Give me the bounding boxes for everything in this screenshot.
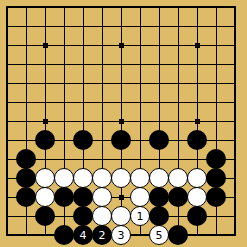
black-stone: [54, 187, 74, 207]
intersection-8-3: [150, 55, 169, 74]
intersection-4-9: [74, 169, 93, 188]
black-stone: [16, 168, 36, 188]
black-stone: [206, 168, 226, 188]
intersection-9-11: [169, 207, 188, 226]
intersection-12-7: [226, 131, 245, 150]
intersection-5-4: [93, 74, 112, 93]
intersection-1-5: [17, 93, 36, 112]
intersection-4-3: [74, 55, 93, 74]
white-stone: [35, 187, 55, 207]
intersection-6-7: [112, 131, 131, 150]
white-stone: [35, 168, 55, 188]
black-stone: [187, 206, 207, 226]
intersection-8-4: [150, 74, 169, 93]
intersection-4-12: 4: [74, 226, 93, 245]
intersection-7-9: [131, 169, 150, 188]
intersection-9-12: [169, 226, 188, 245]
intersection-7-5: [131, 93, 150, 112]
intersection-5-2: [93, 36, 112, 55]
intersection-8-0: [150, 0, 169, 17]
intersection-10-4: [188, 74, 207, 93]
intersection-8-9: [150, 169, 169, 188]
black-stone: [168, 187, 188, 207]
black-stone: [16, 149, 36, 169]
intersection-4-11: [74, 207, 93, 226]
intersection-11-10: [207, 188, 226, 207]
intersection-7-3: [131, 55, 150, 74]
intersection-9-3: [169, 55, 188, 74]
intersection-11-8: [207, 150, 226, 169]
intersection-0-9: [0, 169, 17, 188]
intersection-12-11: [226, 207, 245, 226]
intersection-11-3: [207, 55, 226, 74]
intersection-11-12: [207, 226, 226, 245]
move-number-1: 1: [137, 210, 144, 221]
intersection-9-2: [169, 36, 188, 55]
intersection-6-3: [112, 55, 131, 74]
intersection-12-4: [226, 74, 245, 93]
intersection-4-2: [74, 36, 93, 55]
intersection-1-11: [17, 207, 36, 226]
white-stone-move-5: 5: [149, 225, 169, 245]
black-stone-move-4: 4: [73, 225, 93, 245]
intersection-0-6: [0, 112, 17, 131]
intersection-12-8: [226, 150, 245, 169]
intersection-2-12: [36, 226, 55, 245]
move-number-3: 3: [118, 229, 125, 240]
intersection-5-10: [93, 188, 112, 207]
intersection-6-0: [112, 0, 131, 17]
intersection-0-7: [0, 131, 17, 150]
white-stone: [73, 168, 93, 188]
intersection-1-3: [17, 55, 36, 74]
intersection-0-12: [0, 226, 17, 245]
intersection-5-1: [93, 17, 112, 36]
intersection-11-6: [207, 112, 226, 131]
white-stone: [92, 168, 112, 188]
intersection-1-4: [17, 74, 36, 93]
intersection-3-12: [55, 226, 74, 245]
intersection-10-1: [188, 17, 207, 36]
intersection-5-5: [93, 93, 112, 112]
intersection-12-5: [226, 93, 245, 112]
intersection-9-8: [169, 150, 188, 169]
black-stone: [168, 225, 188, 245]
black-stone: [35, 130, 55, 150]
intersection-11-7: [207, 131, 226, 150]
intersection-0-5: [0, 93, 17, 112]
intersection-9-7: [169, 131, 188, 150]
intersection-0-3: [0, 55, 17, 74]
black-stone: [149, 187, 169, 207]
intersection-5-7: [93, 131, 112, 150]
move-number-2: 2: [99, 229, 106, 240]
intersection-6-5: [112, 93, 131, 112]
intersection-8-7: [150, 131, 169, 150]
intersection-10-7: [188, 131, 207, 150]
black-stone: [16, 187, 36, 207]
intersection-0-8: [0, 150, 17, 169]
intersection-5-9: [93, 169, 112, 188]
intersection-6-2: [112, 36, 131, 55]
intersection-12-1: [226, 17, 245, 36]
white-stone: [130, 168, 150, 188]
intersection-2-11: [36, 207, 55, 226]
intersection-1-1: [17, 17, 36, 36]
black-stone: [149, 206, 169, 226]
intersection-3-2: [55, 36, 74, 55]
white-stone: [187, 168, 207, 188]
white-stone: [130, 187, 150, 207]
intersection-6-10: [112, 188, 131, 207]
intersection-2-4: [36, 74, 55, 93]
intersection-2-2: [36, 36, 55, 55]
move-number-5: 5: [156, 229, 163, 240]
intersection-3-1: [55, 17, 74, 36]
intersection-7-12: [131, 226, 150, 245]
intersection-3-10: [55, 188, 74, 207]
white-stone: [54, 168, 74, 188]
intersection-4-0: [74, 0, 93, 17]
intersection-7-8: [131, 150, 150, 169]
intersection-1-10: [17, 188, 36, 207]
white-stone: [92, 187, 112, 207]
intersection-8-5: [150, 93, 169, 112]
intersection-10-8: [188, 150, 207, 169]
intersection-12-0: [226, 0, 245, 17]
intersection-2-0: [36, 0, 55, 17]
intersection-8-6: [150, 112, 169, 131]
intersection-2-8: [36, 150, 55, 169]
intersection-11-9: [207, 169, 226, 188]
intersection-11-0: [207, 0, 226, 17]
black-stone: [35, 206, 55, 226]
intersection-11-5: [207, 93, 226, 112]
black-stone: [187, 130, 207, 150]
intersection-1-9: [17, 169, 36, 188]
intersection-8-12: 5: [150, 226, 169, 245]
intersection-5-0: [93, 0, 112, 17]
intersection-2-1: [36, 17, 55, 36]
intersection-3-3: [55, 55, 74, 74]
intersection-12-2: [226, 36, 245, 55]
intersection-3-7: [55, 131, 74, 150]
black-stone: [73, 130, 93, 150]
stones-layer: 14235: [0, 0, 245, 245]
intersection-3-4: [55, 74, 74, 93]
intersection-4-7: [74, 131, 93, 150]
intersection-1-7: [17, 131, 36, 150]
intersection-12-9: [226, 169, 245, 188]
intersection-9-9: [169, 169, 188, 188]
intersection-9-10: [169, 188, 188, 207]
intersection-3-6: [55, 112, 74, 131]
intersection-7-2: [131, 36, 150, 55]
intersection-11-11: [207, 207, 226, 226]
intersection-9-5: [169, 93, 188, 112]
intersection-4-1: [74, 17, 93, 36]
intersection-9-0: [169, 0, 188, 17]
black-stone: [206, 187, 226, 207]
intersection-9-4: [169, 74, 188, 93]
white-stone: [111, 168, 131, 188]
intersection-6-1: [112, 17, 131, 36]
black-stone: [73, 187, 93, 207]
intersection-0-10: [0, 188, 17, 207]
black-stone-move-2: 2: [92, 225, 112, 245]
intersection-2-3: [36, 55, 55, 74]
intersection-4-10: [74, 188, 93, 207]
intersection-7-0: [131, 0, 150, 17]
intersection-1-0: [17, 0, 36, 17]
intersection-0-11: [0, 207, 17, 226]
intersection-6-8: [112, 150, 131, 169]
black-stone: [73, 206, 93, 226]
white-stone-move-3: 3: [111, 225, 131, 245]
intersection-2-5: [36, 93, 55, 112]
intersection-10-6: [188, 112, 207, 131]
intersection-3-8: [55, 150, 74, 169]
intersection-2-7: [36, 131, 55, 150]
intersection-10-0: [188, 0, 207, 17]
intersection-7-11: 1: [131, 207, 150, 226]
intersection-5-6: [93, 112, 112, 131]
intersection-7-6: [131, 112, 150, 131]
black-stone: [54, 225, 74, 245]
intersection-11-2: [207, 36, 226, 55]
intersection-8-11: [150, 207, 169, 226]
intersection-0-0: [0, 0, 17, 17]
intersection-10-12: [188, 226, 207, 245]
intersection-12-10: [226, 188, 245, 207]
intersection-3-9: [55, 169, 74, 188]
intersection-10-3: [188, 55, 207, 74]
intersection-8-10: [150, 188, 169, 207]
intersection-6-12: 3: [112, 226, 131, 245]
intersection-10-5: [188, 93, 207, 112]
intersection-10-2: [188, 36, 207, 55]
intersection-6-4: [112, 74, 131, 93]
go-diagram: 14235: [0, 0, 247, 247]
intersection-0-2: [0, 36, 17, 55]
intersection-8-1: [150, 17, 169, 36]
black-stone: [149, 130, 169, 150]
white-stone: [149, 168, 169, 188]
move-number-4: 4: [80, 229, 87, 240]
intersection-0-4: [0, 74, 17, 93]
intersection-9-6: [169, 112, 188, 131]
intersection-1-2: [17, 36, 36, 55]
intersection-2-10: [36, 188, 55, 207]
intersection-7-10: [131, 188, 150, 207]
intersection-8-2: [150, 36, 169, 55]
intersection-6-6: [112, 112, 131, 131]
intersection-4-6: [74, 112, 93, 131]
intersection-4-4: [74, 74, 93, 93]
intersection-6-11: [112, 207, 131, 226]
intersection-3-5: [55, 93, 74, 112]
intersection-8-8: [150, 150, 169, 169]
intersection-5-12: 2: [93, 226, 112, 245]
intersection-1-8: [17, 150, 36, 169]
intersection-10-9: [188, 169, 207, 188]
intersection-5-11: [93, 207, 112, 226]
black-stone: [206, 149, 226, 169]
intersection-6-9: [112, 169, 131, 188]
intersection-2-6: [36, 112, 55, 131]
intersection-4-5: [74, 93, 93, 112]
intersection-3-11: [55, 207, 74, 226]
intersection-4-8: [74, 150, 93, 169]
intersection-12-12: [226, 226, 245, 245]
intersection-10-11: [188, 207, 207, 226]
intersection-7-7: [131, 131, 150, 150]
white-stone: [187, 187, 207, 207]
white-stone: [92, 206, 112, 226]
intersection-0-1: [0, 17, 17, 36]
white-stone: [168, 168, 188, 188]
intersection-7-4: [131, 74, 150, 93]
intersection-11-1: [207, 17, 226, 36]
white-stone: [111, 206, 131, 226]
intersection-1-6: [17, 112, 36, 131]
intersection-11-4: [207, 74, 226, 93]
white-stone-move-1: 1: [130, 206, 150, 226]
intersection-2-9: [36, 169, 55, 188]
intersection-12-6: [226, 112, 245, 131]
intersection-10-10: [188, 188, 207, 207]
intersection-5-3: [93, 55, 112, 74]
intersection-3-0: [55, 0, 74, 17]
intersection-12-3: [226, 55, 245, 74]
intersection-9-1: [169, 17, 188, 36]
intersection-7-1: [131, 17, 150, 36]
intersection-5-8: [93, 150, 112, 169]
intersection-1-12: [17, 226, 36, 245]
black-stone: [111, 130, 131, 150]
